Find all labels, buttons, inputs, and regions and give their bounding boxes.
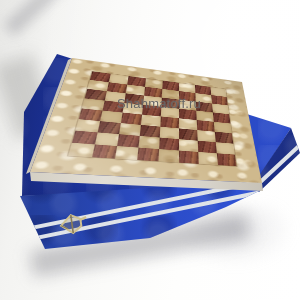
clasp-latch-icon xyxy=(55,209,90,239)
floor-shadow-right xyxy=(3,0,62,36)
board-sheen xyxy=(30,58,262,183)
chess-board xyxy=(30,58,262,183)
board-stone-frame xyxy=(30,58,262,183)
product-photo: Shahmatoff.ru xyxy=(0,0,300,300)
watermark: Shahmatoff.ru xyxy=(117,96,201,111)
